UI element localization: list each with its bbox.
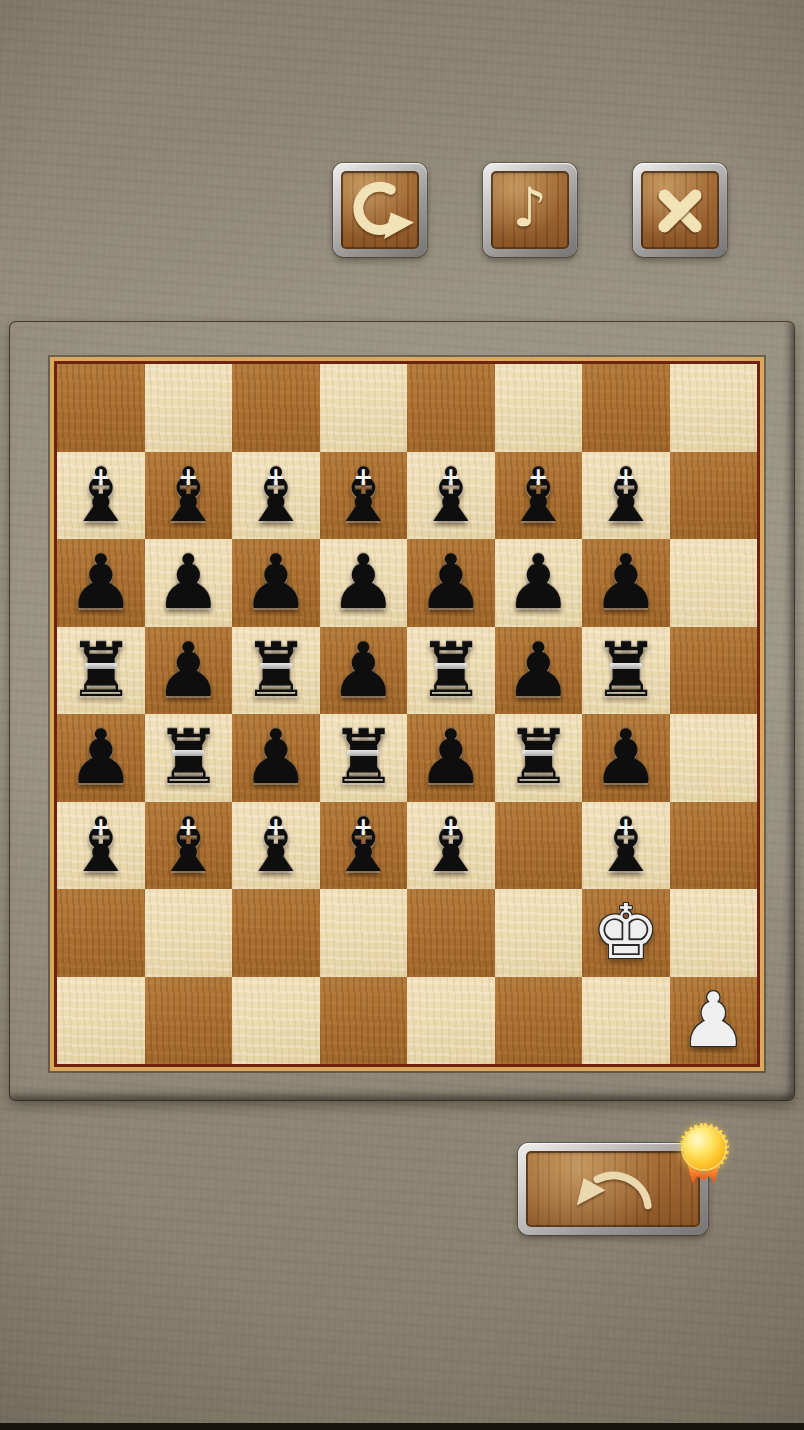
square-d7[interactable]: ♝ bbox=[320, 452, 408, 540]
square-g5[interactable]: ♜ bbox=[582, 627, 670, 715]
square-d4[interactable]: ♜ bbox=[320, 714, 408, 802]
square-f4[interactable]: ♜ bbox=[495, 714, 583, 802]
square-e2[interactable] bbox=[407, 889, 495, 977]
square-c5[interactable]: ♜ bbox=[232, 627, 320, 715]
black-bishop[interactable]: ♝ bbox=[505, 452, 572, 539]
black-rook[interactable]: ♜ bbox=[242, 627, 309, 714]
black-bishop[interactable]: ♝ bbox=[155, 802, 222, 889]
square-d2[interactable] bbox=[320, 889, 408, 977]
black-bishop[interactable]: ♝ bbox=[417, 452, 484, 539]
square-f2[interactable] bbox=[495, 889, 583, 977]
square-a4[interactable]: ♟ bbox=[57, 714, 145, 802]
square-g6[interactable]: ♟ bbox=[582, 539, 670, 627]
square-a2[interactable] bbox=[57, 889, 145, 977]
square-c1[interactable] bbox=[232, 977, 320, 1065]
square-a8[interactable] bbox=[57, 364, 145, 452]
black-rook[interactable]: ♜ bbox=[330, 714, 397, 801]
black-pawn[interactable]: ♟ bbox=[155, 539, 222, 626]
black-bishop[interactable]: ♝ bbox=[155, 452, 222, 539]
square-d6[interactable]: ♟ bbox=[320, 539, 408, 627]
sound-button-face: ♪ bbox=[491, 171, 569, 249]
black-bishop[interactable]: ♝ bbox=[330, 452, 397, 539]
black-bishop[interactable]: ♝ bbox=[242, 452, 309, 539]
square-e5[interactable]: ♜ bbox=[407, 627, 495, 715]
black-pawn[interactable]: ♟ bbox=[417, 539, 484, 626]
square-a3[interactable]: ♝ bbox=[57, 802, 145, 890]
square-e4[interactable]: ♟ bbox=[407, 714, 495, 802]
square-g7[interactable]: ♝ bbox=[582, 452, 670, 540]
square-b5[interactable]: ♟ bbox=[145, 627, 233, 715]
square-a6[interactable]: ♟ bbox=[57, 539, 145, 627]
black-pawn[interactable]: ♟ bbox=[67, 539, 134, 626]
undo-arrow-icon bbox=[548, 1156, 678, 1222]
black-bishop[interactable]: ♝ bbox=[330, 802, 397, 889]
square-f1[interactable] bbox=[495, 977, 583, 1065]
square-h2[interactable] bbox=[670, 889, 758, 977]
square-c7[interactable]: ♝ bbox=[232, 452, 320, 540]
black-bishop[interactable]: ♝ bbox=[67, 802, 134, 889]
square-f7[interactable]: ♝ bbox=[495, 452, 583, 540]
square-a7[interactable]: ♝ bbox=[57, 452, 145, 540]
square-c8[interactable] bbox=[232, 364, 320, 452]
square-d1[interactable] bbox=[320, 977, 408, 1065]
square-h1[interactable]: ♟ bbox=[670, 977, 758, 1065]
black-pawn[interactable]: ♟ bbox=[330, 627, 397, 714]
board-inner-border: ♝♝♝♝♝♝♝♟♟♟♟♟♟♟♜♟♜♟♜♟♜♟♜♟♜♟♜♟♝♝♝♝♝♝♚♟ bbox=[54, 361, 760, 1067]
square-b1[interactable] bbox=[145, 977, 233, 1065]
square-a1[interactable] bbox=[57, 977, 145, 1065]
square-g8[interactable] bbox=[582, 364, 670, 452]
board-frame: ♝♝♝♝♝♝♝♟♟♟♟♟♟♟♜♟♜♟♜♟♜♟♜♟♜♟♜♟♝♝♝♝♝♝♚♟ bbox=[10, 322, 794, 1100]
music-note-icon: ♪ bbox=[513, 181, 547, 235]
black-pawn[interactable]: ♟ bbox=[67, 714, 134, 801]
black-bishop[interactable]: ♝ bbox=[592, 452, 659, 539]
square-h4[interactable] bbox=[670, 714, 758, 802]
square-c3[interactable]: ♝ bbox=[232, 802, 320, 890]
black-bishop[interactable]: ♝ bbox=[417, 802, 484, 889]
black-pawn[interactable]: ♟ bbox=[592, 714, 659, 801]
square-c6[interactable]: ♟ bbox=[232, 539, 320, 627]
square-f3[interactable] bbox=[495, 802, 583, 890]
undo-button-face bbox=[526, 1151, 700, 1227]
square-b2[interactable] bbox=[145, 889, 233, 977]
square-g4[interactable]: ♟ bbox=[582, 714, 670, 802]
square-d3[interactable]: ♝ bbox=[320, 802, 408, 890]
black-bishop[interactable]: ♝ bbox=[67, 452, 134, 539]
square-e7[interactable]: ♝ bbox=[407, 452, 495, 540]
black-rook[interactable]: ♜ bbox=[505, 714, 572, 801]
undo-button[interactable] bbox=[518, 1143, 708, 1235]
square-c2[interactable] bbox=[232, 889, 320, 977]
square-f5[interactable]: ♟ bbox=[495, 627, 583, 715]
square-g3[interactable]: ♝ bbox=[582, 802, 670, 890]
square-b7[interactable]: ♝ bbox=[145, 452, 233, 540]
black-rook[interactable]: ♜ bbox=[592, 627, 659, 714]
black-pawn[interactable]: ♟ bbox=[505, 539, 572, 626]
black-pawn[interactable]: ♟ bbox=[505, 627, 572, 714]
square-h8[interactable] bbox=[670, 364, 758, 452]
close-button[interactable] bbox=[633, 163, 727, 257]
restart-button[interactable] bbox=[333, 163, 427, 257]
square-e1[interactable] bbox=[407, 977, 495, 1065]
black-rook[interactable]: ♜ bbox=[155, 714, 222, 801]
square-h7[interactable] bbox=[670, 452, 758, 540]
white-king[interactable]: ♚ bbox=[592, 889, 659, 976]
close-button-face bbox=[641, 171, 719, 249]
restart-button-face bbox=[341, 171, 419, 249]
bottom-system-strip bbox=[0, 1423, 804, 1430]
black-bishop[interactable]: ♝ bbox=[592, 802, 659, 889]
white-pawn[interactable]: ♟ bbox=[680, 977, 747, 1064]
sound-button[interactable]: ♪ bbox=[483, 163, 577, 257]
square-f6[interactable]: ♟ bbox=[495, 539, 583, 627]
square-b8[interactable] bbox=[145, 364, 233, 452]
board[interactable]: ♝♝♝♝♝♝♝♟♟♟♟♟♟♟♜♟♜♟♜♟♜♟♜♟♜♟♜♟♝♝♝♝♝♝♚♟ bbox=[57, 364, 757, 1064]
square-b3[interactable]: ♝ bbox=[145, 802, 233, 890]
black-pawn[interactable]: ♟ bbox=[592, 539, 659, 626]
square-f8[interactable] bbox=[495, 364, 583, 452]
square-h6[interactable] bbox=[670, 539, 758, 627]
black-pawn[interactable]: ♟ bbox=[242, 539, 309, 626]
square-a5[interactable]: ♜ bbox=[57, 627, 145, 715]
black-rook[interactable]: ♜ bbox=[67, 627, 134, 714]
close-x-icon bbox=[651, 181, 709, 239]
medal-ribbon-right bbox=[702, 1156, 721, 1184]
square-h3[interactable] bbox=[670, 802, 758, 890]
square-d5[interactable]: ♟ bbox=[320, 627, 408, 715]
square-c4[interactable]: ♟ bbox=[232, 714, 320, 802]
black-pawn[interactable]: ♟ bbox=[330, 539, 397, 626]
square-h5[interactable] bbox=[670, 627, 758, 715]
black-pawn[interactable]: ♟ bbox=[417, 714, 484, 801]
black-bishop[interactable]: ♝ bbox=[242, 802, 309, 889]
square-g1[interactable] bbox=[582, 977, 670, 1065]
black-pawn[interactable]: ♟ bbox=[155, 627, 222, 714]
square-b6[interactable]: ♟ bbox=[145, 539, 233, 627]
square-d8[interactable] bbox=[320, 364, 408, 452]
square-e6[interactable]: ♟ bbox=[407, 539, 495, 627]
restart-arrow-icon bbox=[341, 170, 419, 250]
square-e8[interactable] bbox=[407, 364, 495, 452]
square-e3[interactable]: ♝ bbox=[407, 802, 495, 890]
square-b4[interactable]: ♜ bbox=[145, 714, 233, 802]
square-g2[interactable]: ♚ bbox=[582, 889, 670, 977]
black-rook[interactable]: ♜ bbox=[417, 627, 484, 714]
black-pawn[interactable]: ♟ bbox=[242, 714, 309, 801]
